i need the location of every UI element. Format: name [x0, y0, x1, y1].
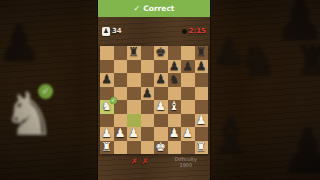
square-h3[interactable]: ♟ [195, 114, 209, 128]
square-d8[interactable] [141, 46, 155, 60]
square-a7[interactable] [100, 60, 114, 74]
square-g3[interactable] [181, 114, 195, 128]
square-e7[interactable] [154, 60, 168, 74]
square-d5[interactable]: ♟ [141, 87, 155, 101]
square-g8[interactable] [181, 46, 195, 60]
correct-move-badge: ✓ [110, 97, 117, 104]
white-bishop-piece: ♝ [168, 100, 182, 114]
puzzle-video-panel: ✓ Correct ♟ 34 2:15 ♜♚♜♟♟♟♟♟♞♟♞✓♟♝♟♟♟♟♟♟… [98, 0, 210, 180]
square-f3[interactable] [168, 114, 182, 128]
score-value: 34 [112, 27, 122, 35]
black-knight-piece: ♞ [168, 73, 182, 87]
square-b1[interactable] [114, 141, 128, 155]
black-pawn-piece: ♟ [100, 73, 114, 87]
square-c6[interactable] [127, 73, 141, 87]
square-f7[interactable]: ♟ [168, 60, 182, 74]
square-e8[interactable]: ♚ [154, 46, 168, 60]
strike-x-icon: ✗ [142, 158, 149, 166]
video-frame: ♟ ♞ ✓ ♟ ♞ ♜ ♟ ♝ ♟ ✓ Correct ♟ 34 2:15 [0, 0, 320, 180]
white-pawn-piece: ♟ [181, 127, 195, 141]
square-c2[interactable]: ♟ [127, 127, 141, 141]
square-c7[interactable] [127, 60, 141, 74]
black-pawn-piece: ♟ [181, 60, 195, 74]
square-d2[interactable] [141, 127, 155, 141]
square-c4[interactable] [127, 100, 141, 114]
score-indicator: ♟ 34 [102, 27, 122, 36]
white-pawn-piece: ♟ [100, 127, 114, 141]
square-f4[interactable]: ♝ [168, 100, 182, 114]
square-b8[interactable] [114, 46, 128, 60]
black-king-piece: ♚ [154, 46, 168, 60]
square-b7[interactable] [114, 60, 128, 74]
square-h8[interactable]: ♜ [195, 46, 209, 60]
strikes-indicator: ✗ ✗ [131, 158, 148, 166]
square-c3[interactable] [127, 114, 141, 128]
square-d1[interactable] [141, 141, 155, 155]
square-g7[interactable]: ♟ [181, 60, 195, 74]
white-pawn-piece: ♟ [168, 127, 182, 141]
difficulty-indicator: Difficulty 1900 [175, 156, 197, 168]
square-h7[interactable]: ♟ [195, 60, 209, 74]
white-rook-piece: ♜ [100, 141, 114, 155]
footer-bar: ✗ ✗ Difficulty 1900 [98, 155, 210, 173]
white-rook-piece: ♜ [195, 141, 209, 155]
square-d3[interactable] [141, 114, 155, 128]
difficulty-value: 1900 [175, 162, 197, 168]
square-a1[interactable]: ♜ [100, 141, 114, 155]
correct-banner: ✓ Correct [98, 0, 210, 17]
square-g5[interactable] [181, 87, 195, 101]
clock-icon [182, 29, 187, 34]
black-rook-piece: ♜ [127, 46, 141, 60]
square-f1[interactable] [168, 141, 182, 155]
pawn-tile-icon: ♟ [102, 27, 110, 36]
square-e1[interactable]: ♚ [154, 141, 168, 155]
square-b6[interactable] [114, 73, 128, 87]
board[interactable]: ♜♚♜♟♟♟♟♟♞♟♞✓♟♝♟♟♟♟♟♟♜♚♜ [100, 46, 208, 154]
square-a2[interactable]: ♟ [100, 127, 114, 141]
correct-banner-label: Correct [143, 4, 174, 13]
square-c5[interactable] [127, 87, 141, 101]
check-icon: ✓ [134, 4, 141, 13]
square-a6[interactable]: ♟ [100, 73, 114, 87]
square-h5[interactable] [195, 87, 209, 101]
black-pawn-piece: ♟ [168, 60, 182, 74]
square-a4[interactable]: ♞✓ [100, 100, 114, 114]
square-h4[interactable] [195, 100, 209, 114]
black-pawn-piece: ♟ [141, 87, 155, 101]
white-pawn-piece: ♟ [154, 100, 168, 114]
timer-value: 2:15 [189, 27, 206, 35]
square-g2[interactable]: ♟ [181, 127, 195, 141]
square-d7[interactable] [141, 60, 155, 74]
square-g1[interactable] [181, 141, 195, 155]
square-g4[interactable] [181, 100, 195, 114]
square-c8[interactable]: ♜ [127, 46, 141, 60]
square-h2[interactable] [195, 127, 209, 141]
square-b3[interactable] [114, 114, 128, 128]
white-pawn-piece: ♟ [127, 127, 141, 141]
square-e4[interactable]: ♟ [154, 100, 168, 114]
square-a8[interactable] [100, 46, 114, 60]
stats-bar: ♟ 34 2:15 [102, 25, 206, 37]
square-c1[interactable] [127, 141, 141, 155]
pawn-glyph: ♟ [103, 28, 109, 35]
strike-x-icon: ✗ [131, 158, 138, 166]
square-g6[interactable] [181, 73, 195, 87]
square-f5[interactable] [168, 87, 182, 101]
black-pawn-piece: ♟ [154, 73, 168, 87]
square-e5[interactable] [154, 87, 168, 101]
square-e3[interactable] [154, 114, 168, 128]
square-f8[interactable] [168, 46, 182, 60]
square-d4[interactable] [141, 100, 155, 114]
white-king-piece: ♚ [154, 141, 168, 155]
timer-indicator: 2:15 [182, 27, 206, 35]
white-pawn-piece: ♟ [114, 127, 128, 141]
square-a3[interactable] [100, 114, 114, 128]
square-h6[interactable] [195, 73, 209, 87]
square-e6[interactable]: ♟ [154, 73, 168, 87]
square-f6[interactable]: ♞ [168, 73, 182, 87]
black-pawn-piece: ♟ [195, 60, 209, 74]
square-e2[interactable] [154, 127, 168, 141]
square-f2[interactable]: ♟ [168, 127, 182, 141]
white-pawn-piece: ♟ [195, 114, 209, 128]
square-b2[interactable]: ♟ [114, 127, 128, 141]
square-d6[interactable] [141, 73, 155, 87]
square-h1[interactable]: ♜ [195, 141, 209, 155]
black-rook-piece: ♜ [195, 46, 209, 60]
